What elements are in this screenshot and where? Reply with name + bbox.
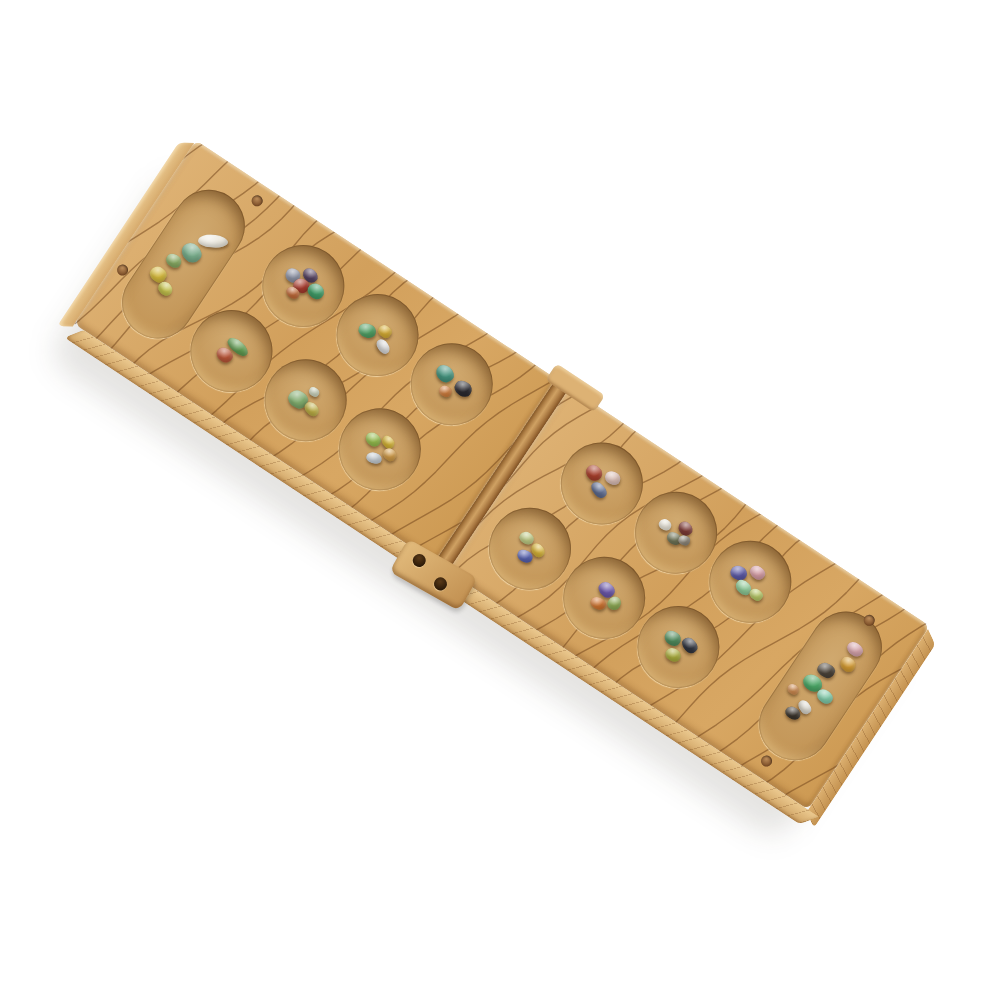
mancala-board	[74, 140, 929, 809]
hinge-pin-hole	[432, 575, 450, 593]
hinge-pin-hole	[410, 552, 428, 570]
product-photo-scene	[0, 0, 1000, 1000]
